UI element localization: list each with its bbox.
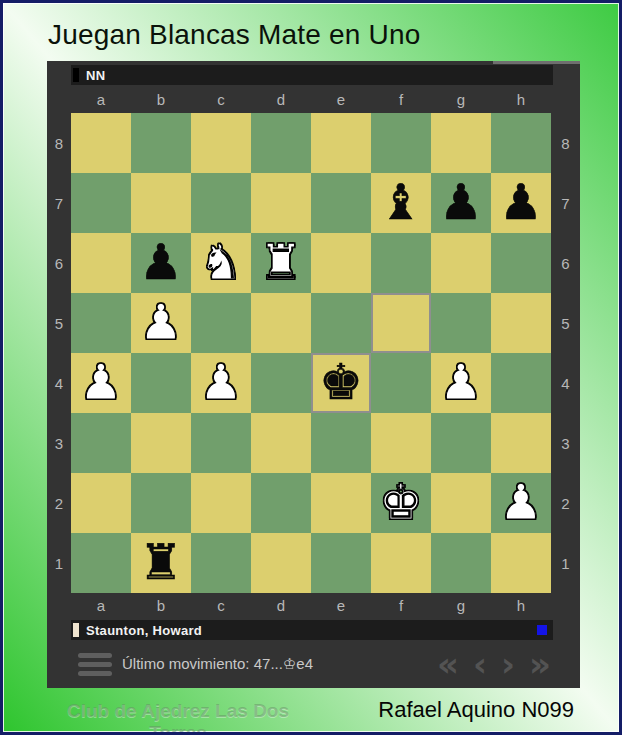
piece-black-king-e4: ♚ <box>319 353 363 413</box>
square-c4[interactable]: ♟ <box>191 353 251 413</box>
file-label-c: c <box>191 597 251 614</box>
nav-last-button[interactable]: » <box>529 647 551 681</box>
piece-black-pawn-b6: ♟ <box>139 233 183 293</box>
rank-labels-left: 87654321 <box>47 113 71 593</box>
piece-white-knight-c6: ♞ <box>199 233 243 293</box>
rank-label-5: 5 <box>551 315 580 332</box>
last-move-text: Último movimiento: 47...♔e4 <box>122 655 313 673</box>
square-a6[interactable] <box>71 233 131 293</box>
rank-label-1: 1 <box>47 555 71 572</box>
piece-white-king-f2: ♚ <box>379 473 423 533</box>
piece-black-bishop-f7: ♝ <box>379 173 423 233</box>
square-e1[interactable] <box>311 533 371 593</box>
square-b1[interactable]: ♜ <box>131 533 191 593</box>
square-b4[interactable] <box>131 353 191 413</box>
file-label-g: g <box>431 597 491 614</box>
square-c1[interactable] <box>191 533 251 593</box>
square-g2[interactable] <box>431 473 491 533</box>
rank-label-8: 8 <box>47 135 71 152</box>
file-label-b: b <box>131 91 191 108</box>
rank-label-6: 6 <box>551 255 580 272</box>
square-c5[interactable] <box>191 293 251 353</box>
rank-label-2: 2 <box>47 495 71 512</box>
square-g5[interactable] <box>431 293 491 353</box>
square-d5[interactable] <box>251 293 311 353</box>
status-square <box>537 625 547 635</box>
author-text: Rafael Aquino N099 <box>378 697 574 723</box>
file-label-a: a <box>71 597 131 614</box>
file-labels-bottom: abcdefgh <box>71 593 551 617</box>
piece-white-pawn-h2: ♟ <box>499 473 543 533</box>
square-g3[interactable] <box>431 413 491 473</box>
rank-label-2: 2 <box>551 495 580 512</box>
club-watermark: Club de Ajedrez Las Dos Torres <box>47 700 309 735</box>
piece-black-pawn-h7: ♟ <box>499 173 543 233</box>
player-name-white: Staunton, Howard <box>86 623 202 638</box>
piece-white-pawn-c4: ♟ <box>199 353 243 413</box>
square-b6[interactable]: ♟ <box>131 233 191 293</box>
file-label-f: f <box>371 91 431 108</box>
square-g8[interactable] <box>431 113 491 173</box>
square-b5[interactable]: ♟ <box>131 293 191 353</box>
square-d7[interactable] <box>251 173 311 233</box>
file-label-e: e <box>311 91 371 108</box>
square-h7[interactable]: ♟ <box>491 173 551 233</box>
square-h5[interactable] <box>491 293 551 353</box>
rank-label-7: 7 <box>551 195 580 212</box>
square-e7[interactable] <box>311 173 371 233</box>
square-f6[interactable] <box>371 233 431 293</box>
file-label-e: e <box>311 597 371 614</box>
square-h1[interactable] <box>491 533 551 593</box>
white-color-indicator <box>73 623 79 637</box>
square-f5[interactable] <box>371 293 431 353</box>
square-a4[interactable]: ♟ <box>71 353 131 413</box>
rank-label-6: 6 <box>47 255 71 272</box>
square-f4[interactable] <box>371 353 431 413</box>
nav-previous-button[interactable]: ‹ <box>473 647 487 681</box>
file-label-d: d <box>251 597 311 614</box>
rank-labels-right: 87654321 <box>551 113 580 593</box>
square-g7[interactable]: ♟ <box>431 173 491 233</box>
piece-white-rook-d6: ♜ <box>259 233 303 293</box>
chess-board: ♝♟♟♟♞♜♟♟♟♚♟♚♟♜ <box>71 113 551 593</box>
square-d2[interactable] <box>251 473 311 533</box>
square-c8[interactable] <box>191 113 251 173</box>
square-c6[interactable]: ♞ <box>191 233 251 293</box>
player-bar-top: NN <box>71 65 553 85</box>
piece-black-pawn-g7: ♟ <box>439 173 483 233</box>
square-a1[interactable] <box>71 533 131 593</box>
square-e2[interactable] <box>311 473 371 533</box>
square-a2[interactable] <box>71 473 131 533</box>
square-f3[interactable] <box>371 413 431 473</box>
square-h4[interactable] <box>491 353 551 413</box>
piece-white-pawn-a4: ♟ <box>79 353 123 413</box>
player-bar-bottom: Staunton, Howard <box>71 620 553 640</box>
move-navigation: «‹›» <box>437 647 553 681</box>
rank-label-7: 7 <box>47 195 71 212</box>
square-g4[interactable]: ♟ <box>431 353 491 413</box>
square-d4[interactable] <box>251 353 311 413</box>
square-b3[interactable] <box>131 413 191 473</box>
square-h6[interactable] <box>491 233 551 293</box>
square-g6[interactable] <box>431 233 491 293</box>
file-label-h: h <box>491 597 551 614</box>
square-b2[interactable] <box>131 473 191 533</box>
scrollbar-handle[interactable] <box>493 61 580 64</box>
square-a5[interactable] <box>71 293 131 353</box>
rank-label-4: 4 <box>47 375 71 392</box>
piece-black-rook-b1: ♜ <box>139 533 183 593</box>
square-d1[interactable] <box>251 533 311 593</box>
square-h2[interactable]: ♟ <box>491 473 551 533</box>
page-title: Juegan Blancas Mate en Uno <box>48 19 421 51</box>
nav-first-button[interactable]: « <box>437 647 459 681</box>
square-e6[interactable] <box>311 233 371 293</box>
square-c7[interactable] <box>191 173 251 233</box>
rank-label-3: 3 <box>47 435 71 452</box>
square-e5[interactable] <box>311 293 371 353</box>
black-color-indicator <box>73 68 79 82</box>
rank-label-1: 1 <box>551 555 580 572</box>
file-label-h: h <box>491 91 551 108</box>
square-b8[interactable] <box>131 113 191 173</box>
rank-label-3: 3 <box>551 435 580 452</box>
app-frame: Juegan Blancas Mate en Uno NN abcdefgh 8… <box>0 0 622 735</box>
square-f2[interactable]: ♚ <box>371 473 431 533</box>
square-g1[interactable] <box>431 533 491 593</box>
square-h8[interactable] <box>491 113 551 173</box>
square-a7[interactable] <box>71 173 131 233</box>
piece-white-pawn-b5: ♟ <box>139 293 183 353</box>
file-label-c: c <box>191 91 251 108</box>
square-a8[interactable] <box>71 113 131 173</box>
piece-white-pawn-g4: ♟ <box>439 353 483 413</box>
square-c3[interactable] <box>191 413 251 473</box>
file-label-b: b <box>131 597 191 614</box>
square-f1[interactable] <box>371 533 431 593</box>
file-label-a: a <box>71 91 131 108</box>
controls-bar: Último movimiento: 47...♔e4 «‹›» <box>71 640 553 688</box>
rank-label-4: 4 <box>551 375 580 392</box>
square-h3[interactable] <box>491 413 551 473</box>
file-label-d: d <box>251 91 311 108</box>
rank-label-8: 8 <box>551 135 580 152</box>
chess-widget: NN abcdefgh 87654321 ♝♟♟♟♞♜♟♟♟♚♟♚♟♜ 8765… <box>47 61 580 688</box>
square-e8[interactable] <box>311 113 371 173</box>
square-f7[interactable]: ♝ <box>371 173 431 233</box>
file-label-g: g <box>431 91 491 108</box>
square-d3[interactable] <box>251 413 311 473</box>
square-a3[interactable] <box>71 413 131 473</box>
square-c2[interactable] <box>191 473 251 533</box>
menu-icon[interactable] <box>78 653 112 676</box>
square-b7[interactable] <box>131 173 191 233</box>
square-d8[interactable] <box>251 113 311 173</box>
square-f8[interactable] <box>371 113 431 173</box>
nav-next-button[interactable]: › <box>501 647 515 681</box>
file-label-f: f <box>371 597 431 614</box>
square-e3[interactable] <box>311 413 371 473</box>
rank-label-5: 5 <box>47 315 71 332</box>
file-labels-top: abcdefgh <box>71 87 551 111</box>
square-e4[interactable]: ♚ <box>311 353 371 413</box>
player-name-black: NN <box>86 68 105 83</box>
square-d6[interactable]: ♜ <box>251 233 311 293</box>
